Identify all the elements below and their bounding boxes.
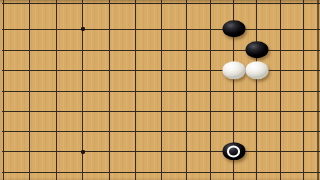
star-point-D10 — [81, 150, 85, 154]
grid-line-horizontal — [2, 29, 320, 30]
stone-black-L15 — [245, 41, 268, 59]
grid-line-horizontal — [2, 3, 320, 4]
grid-line-horizontal — [2, 91, 320, 92]
stone-white-K14 — [222, 61, 245, 79]
grid-line-horizontal — [2, 70, 320, 71]
grid-line-horizontal — [2, 111, 320, 112]
grid-line-horizontal — [2, 172, 320, 173]
grid-line-horizontal — [2, 50, 320, 51]
stone-white-L14 — [245, 61, 268, 79]
go-board — [0, 0, 320, 180]
stone-black-K10 — [222, 143, 245, 161]
grid-line-horizontal — [2, 131, 320, 132]
grid-line-horizontal — [2, 151, 320, 152]
last-move-marker-circle — [227, 146, 240, 158]
star-point-D16 — [81, 27, 85, 31]
stone-black-K16 — [222, 20, 245, 38]
frame-edge-shade — [317, 0, 319, 180]
